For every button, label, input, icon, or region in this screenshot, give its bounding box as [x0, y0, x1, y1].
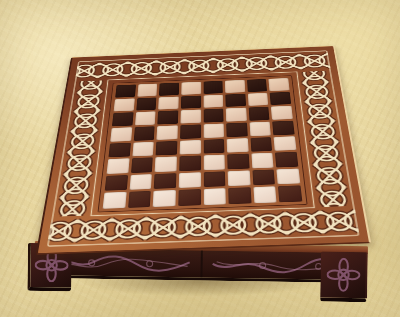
- board-square[interactable]: [274, 136, 297, 151]
- board-square[interactable]: [112, 112, 133, 126]
- board-square[interactable]: [107, 158, 130, 173]
- board-square[interactable]: [275, 152, 298, 167]
- board-square[interactable]: [270, 92, 291, 105]
- playfield: [98, 75, 308, 212]
- board-square[interactable]: [249, 122, 271, 136]
- board-square[interactable]: [226, 122, 247, 136]
- board-square[interactable]: [271, 106, 293, 120]
- board-square[interactable]: [105, 175, 128, 191]
- board-square[interactable]: [225, 94, 245, 107]
- board-square[interactable]: [203, 171, 225, 187]
- board-foot-right: [320, 251, 368, 302]
- board-square[interactable]: [253, 187, 277, 204]
- board-square[interactable]: [248, 107, 269, 121]
- board-square[interactable]: [179, 156, 201, 171]
- board-square[interactable]: [181, 95, 201, 108]
- board-square[interactable]: [203, 139, 224, 154]
- board-square[interactable]: [227, 154, 249, 169]
- board-square[interactable]: [115, 84, 136, 97]
- board-square[interactable]: [158, 96, 178, 109]
- board-square[interactable]: [181, 82, 201, 95]
- board-square[interactable]: [108, 142, 130, 157]
- board-square[interactable]: [154, 173, 176, 189]
- quaternary-knot-icon: [326, 258, 361, 293]
- board-square[interactable]: [133, 126, 154, 140]
- chess-board: [36, 46, 372, 255]
- board-square[interactable]: [252, 169, 275, 185]
- board-square[interactable]: [278, 186, 302, 203]
- board-square[interactable]: [110, 127, 132, 141]
- board-square[interactable]: [203, 81, 223, 94]
- board-square[interactable]: [137, 84, 157, 97]
- board-square[interactable]: [103, 192, 127, 209]
- board-square[interactable]: [159, 83, 179, 96]
- board-square[interactable]: [227, 138, 249, 153]
- board-square[interactable]: [129, 174, 152, 190]
- board-square[interactable]: [228, 170, 251, 186]
- board-square[interactable]: [153, 190, 176, 207]
- board-square[interactable]: [136, 97, 157, 110]
- board-square[interactable]: [132, 142, 154, 157]
- board-square[interactable]: [135, 111, 156, 125]
- board-square[interactable]: [178, 189, 200, 206]
- board-square[interactable]: [228, 187, 251, 204]
- photo-background: [0, 0, 400, 317]
- board-square[interactable]: [156, 141, 178, 156]
- board-square[interactable]: [248, 93, 269, 106]
- board-square[interactable]: [251, 153, 274, 168]
- board-apron: [39, 248, 361, 283]
- board-square[interactable]: [250, 137, 272, 152]
- board-square[interactable]: [158, 111, 179, 125]
- apron-center-seam: [200, 251, 202, 278]
- board-square[interactable]: [114, 98, 135, 111]
- board-square[interactable]: [272, 121, 294, 135]
- board-square[interactable]: [180, 140, 201, 155]
- board-square[interactable]: [180, 110, 200, 124]
- board-square[interactable]: [269, 78, 290, 91]
- board-square[interactable]: [203, 94, 223, 107]
- board-square[interactable]: [203, 109, 223, 123]
- board-square[interactable]: [157, 125, 178, 139]
- board-square[interactable]: [131, 157, 153, 172]
- board-square[interactable]: [225, 80, 245, 93]
- board-square[interactable]: [128, 191, 151, 208]
- board-square[interactable]: [277, 168, 301, 184]
- board-square[interactable]: [180, 124, 201, 138]
- board-square[interactable]: [179, 172, 201, 188]
- board-square[interactable]: [203, 188, 226, 205]
- board-square[interactable]: [247, 79, 267, 92]
- board-square[interactable]: [203, 155, 225, 170]
- board-square[interactable]: [226, 108, 247, 122]
- board-square[interactable]: [203, 123, 224, 137]
- board-square[interactable]: [155, 156, 177, 171]
